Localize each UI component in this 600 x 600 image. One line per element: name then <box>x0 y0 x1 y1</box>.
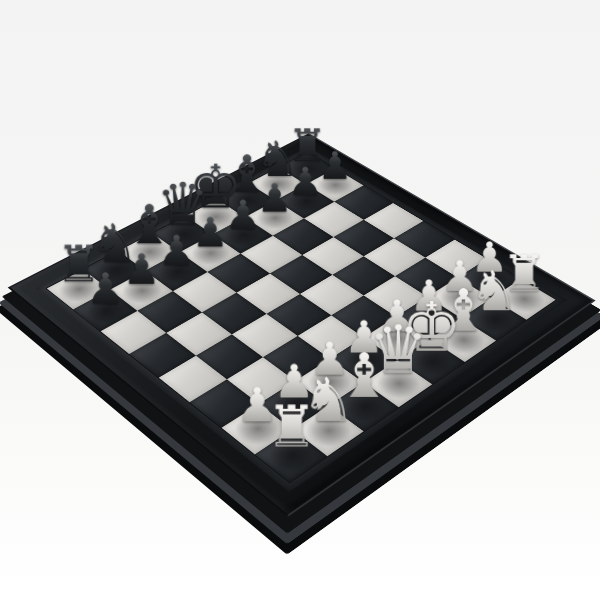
chess-board-assembly: ♜♞♝♛♚♝♞♜♟♟♟♟♟♟♟♟♟♟♟♟♟♟♟♟♜♞♝♛♚♝♞♜ <box>8 133 596 517</box>
black-pawn: ♟ <box>78 268 133 311</box>
white-rook: ♜ <box>254 398 328 455</box>
product-render-background: ♜♞♝♛♚♝♞♜♟♟♟♟♟♟♟♟♟♟♟♟♟♟♟♟♜♞♝♛♚♝♞♜ <box>0 0 600 600</box>
square-a1: ♜ <box>255 430 328 483</box>
board-frame: ♜♞♝♛♚♝♞♜♟♟♟♟♟♟♟♟♟♟♟♟♟♟♟♟♜♞♝♛♚♝♞♜ <box>8 133 596 517</box>
chess-3d-scene: ♜♞♝♛♚♝♞♜♟♟♟♟♟♟♟♟♟♟♟♟♟♟♟♟♜♞♝♛♚♝♞♜ <box>0 0 600 600</box>
